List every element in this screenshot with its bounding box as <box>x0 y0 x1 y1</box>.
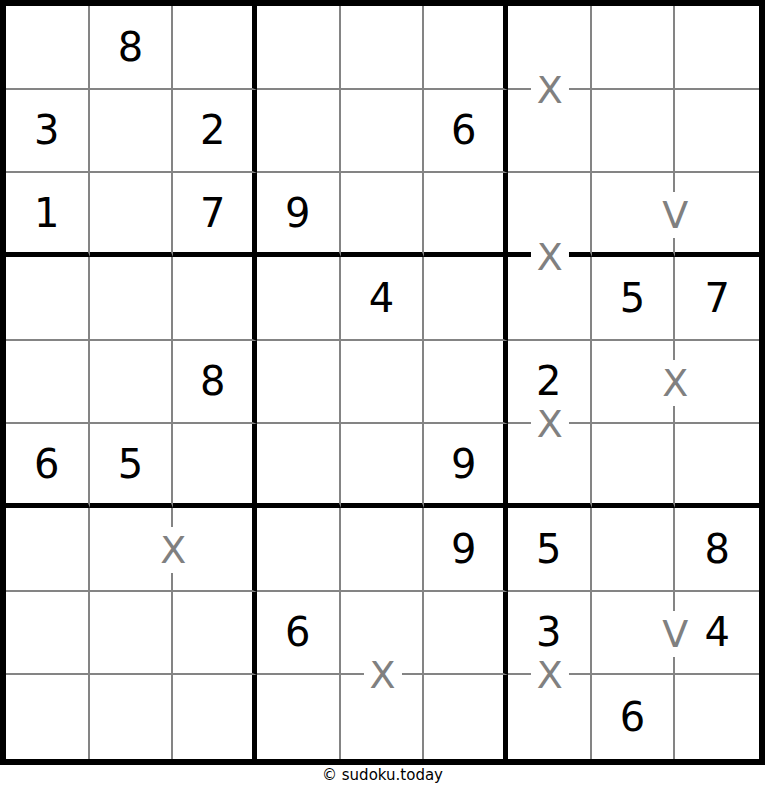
cell-r4c4[interactable] <box>257 257 341 341</box>
cell-r4c1[interactable] <box>6 257 90 341</box>
cell-r8c9[interactable]: 4 <box>675 592 759 676</box>
cell-r5c6[interactable] <box>424 341 508 425</box>
cell-r4c7[interactable] <box>508 257 592 341</box>
cell-r7c1[interactable] <box>6 508 90 592</box>
cell-r8c4[interactable]: 6 <box>257 592 341 676</box>
cell-r2c3[interactable]: 2 <box>173 90 257 174</box>
cell-r9c8[interactable]: 6 <box>592 675 676 759</box>
cell-r5c1[interactable] <box>6 341 90 425</box>
cell-r1c9[interactable] <box>675 6 759 90</box>
cell-r7c6[interactable]: 9 <box>424 508 508 592</box>
cell-r5c4[interactable] <box>257 341 341 425</box>
cell-r5c9[interactable] <box>675 341 759 425</box>
cell-r9c7[interactable] <box>508 675 592 759</box>
copyright-text: © sudoku.today <box>0 766 765 785</box>
cell-r5c5[interactable] <box>341 341 425 425</box>
cell-r3c6[interactable] <box>424 173 508 257</box>
cell-r6c3[interactable] <box>173 424 257 508</box>
cell-r2c8[interactable] <box>592 90 676 174</box>
cell-r1c6[interactable] <box>424 6 508 90</box>
cell-r2c1[interactable]: 3 <box>6 90 90 174</box>
cell-r6c7[interactable] <box>508 424 592 508</box>
cell-r8c5[interactable] <box>341 592 425 676</box>
cell-r2c4[interactable] <box>257 90 341 174</box>
cell-r3c8[interactable] <box>592 173 676 257</box>
cell-r6c1[interactable]: 6 <box>6 424 90 508</box>
cell-r6c2[interactable]: 5 <box>90 424 174 508</box>
cell-r3c2[interactable] <box>90 173 174 257</box>
cell-r4c2[interactable] <box>90 257 174 341</box>
cell-r4c6[interactable] <box>424 257 508 341</box>
cell-r3c3[interactable]: 7 <box>173 173 257 257</box>
cell-r6c4[interactable] <box>257 424 341 508</box>
cell-r7c7[interactable]: 5 <box>508 508 592 592</box>
cell-r7c9[interactable]: 8 <box>675 508 759 592</box>
cell-r2c7[interactable] <box>508 90 592 174</box>
cell-r7c5[interactable] <box>341 508 425 592</box>
cell-r4c8[interactable]: 5 <box>592 257 676 341</box>
cell-r9c6[interactable] <box>424 675 508 759</box>
sudoku-grid: 8326179457826599586346 <box>6 6 759 759</box>
cell-r1c8[interactable] <box>592 6 676 90</box>
cell-r4c5[interactable]: 4 <box>341 257 425 341</box>
cell-r5c7[interactable]: 2 <box>508 341 592 425</box>
cell-r8c8[interactable] <box>592 592 676 676</box>
cell-r4c9[interactable]: 7 <box>675 257 759 341</box>
cell-r6c8[interactable] <box>592 424 676 508</box>
cell-r1c3[interactable] <box>173 6 257 90</box>
cell-r6c9[interactable] <box>675 424 759 508</box>
cell-r9c2[interactable] <box>90 675 174 759</box>
cell-r9c4[interactable] <box>257 675 341 759</box>
cell-r3c1[interactable]: 1 <box>6 173 90 257</box>
sudoku-board: 8326179457826599586346 XXVXXXXVX <box>0 0 765 765</box>
cell-r1c7[interactable] <box>508 6 592 90</box>
cell-r5c2[interactable] <box>90 341 174 425</box>
cell-r8c7[interactable]: 3 <box>508 592 592 676</box>
cell-r2c9[interactable] <box>675 90 759 174</box>
cell-r2c2[interactable] <box>90 90 174 174</box>
cell-r9c9[interactable] <box>675 675 759 759</box>
cell-r5c8[interactable] <box>592 341 676 425</box>
cell-r1c2[interactable]: 8 <box>90 6 174 90</box>
cell-r1c4[interactable] <box>257 6 341 90</box>
cell-r3c5[interactable] <box>341 173 425 257</box>
cell-r3c9[interactable] <box>675 173 759 257</box>
cell-r8c2[interactable] <box>90 592 174 676</box>
cell-r7c4[interactable] <box>257 508 341 592</box>
sudoku-page: 8326179457826599586346 XXVXXXXVX © sudok… <box>0 0 765 785</box>
cell-r2c6[interactable]: 6 <box>424 90 508 174</box>
cell-r2c5[interactable] <box>341 90 425 174</box>
cell-r1c5[interactable] <box>341 6 425 90</box>
cell-r6c5[interactable] <box>341 424 425 508</box>
cell-r7c2[interactable] <box>90 508 174 592</box>
cell-r4c3[interactable] <box>173 257 257 341</box>
cell-r3c4[interactable]: 9 <box>257 173 341 257</box>
cell-r8c1[interactable] <box>6 592 90 676</box>
cell-r1c1[interactable] <box>6 6 90 90</box>
cell-r7c3[interactable] <box>173 508 257 592</box>
cell-r8c3[interactable] <box>173 592 257 676</box>
cell-r3c7[interactable] <box>508 173 592 257</box>
cell-r7c8[interactable] <box>592 508 676 592</box>
cell-r8c6[interactable] <box>424 592 508 676</box>
cell-r9c5[interactable] <box>341 675 425 759</box>
cell-r6c6[interactable]: 9 <box>424 424 508 508</box>
cell-r9c3[interactable] <box>173 675 257 759</box>
cell-r5c3[interactable]: 8 <box>173 341 257 425</box>
cell-r9c1[interactable] <box>6 675 90 759</box>
